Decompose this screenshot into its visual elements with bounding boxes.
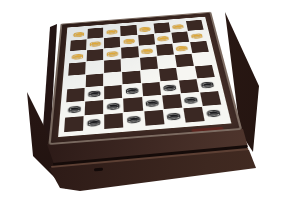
square-g5[interactable]: [177, 66, 196, 79]
brand-mark: [191, 127, 223, 132]
square-a7[interactable]: ⛂: [65, 101, 84, 116]
square-g4[interactable]: [175, 54, 194, 67]
square-f8[interactable]: ⛂: [163, 108, 184, 124]
square-d8[interactable]: ⛂: [124, 111, 144, 127]
checkers-board: ⛂⛂⛂⛂⛂⛂⛂⛂⛂⛂⛂⛂⛂⛂⛂⛂⛂⛂⛂⛂⛂⛂⛂⛂: [64, 20, 225, 132]
piece-gold[interactable]: ⛂: [71, 51, 84, 62]
piece-black[interactable]: ⛂: [145, 96, 160, 109]
piece-gold[interactable]: ⛂: [141, 46, 154, 57]
piece-black[interactable]: ⛂: [163, 81, 178, 93]
square-f2[interactable]: ⛂: [154, 33, 171, 45]
square-h2[interactable]: ⛂: [188, 30, 206, 42]
square-a4[interactable]: [68, 62, 86, 75]
square-d6[interactable]: ⛂: [123, 83, 142, 97]
piece-black[interactable]: ⛂: [200, 78, 215, 90]
square-b6[interactable]: ⛂: [85, 86, 103, 100]
square-e7[interactable]: ⛂: [143, 95, 163, 110]
piece-gold[interactable]: ⛂: [139, 24, 151, 34]
piece-black[interactable]: ⛂: [127, 112, 142, 126]
square-g3[interactable]: ⛂: [173, 42, 191, 54]
square-e8[interactable]: [144, 110, 164, 126]
square-d3[interactable]: [121, 47, 138, 59]
square-h6[interactable]: ⛂: [197, 77, 218, 91]
piece-black[interactable]: ⛂: [68, 102, 82, 115]
piece-gold[interactable]: ⛂: [89, 39, 101, 49]
square-c5[interactable]: [104, 72, 122, 86]
board-surface: ⛂⛂⛂⛂⛂⛂⛂⛂⛂⛂⛂⛂⛂⛂⛂⛂⛂⛂⛂⛂⛂⛂⛂⛂: [58, 17, 231, 137]
square-c1[interactable]: ⛂: [104, 26, 120, 37]
square-g8[interactable]: [183, 107, 204, 123]
square-c4[interactable]: [104, 60, 121, 73]
piece-black[interactable]: ⛂: [183, 93, 199, 106]
square-c3[interactable]: ⛂: [104, 48, 121, 60]
square-e1[interactable]: ⛂: [137, 24, 154, 35]
piece-gold[interactable]: ⛂: [157, 33, 170, 43]
square-b8[interactable]: ⛂: [84, 115, 103, 131]
square-h4[interactable]: [192, 53, 211, 66]
piece-black[interactable]: ⛂: [125, 84, 139, 96]
square-e5[interactable]: [141, 69, 160, 83]
piece-gold[interactable]: ⛂: [106, 27, 118, 37]
square-b3[interactable]: [87, 49, 104, 61]
square-b2[interactable]: ⛂: [87, 38, 103, 50]
square-f6[interactable]: ⛂: [160, 80, 180, 94]
square-d4[interactable]: [122, 58, 140, 71]
square-a8[interactable]: [64, 116, 84, 132]
square-g7[interactable]: ⛂: [181, 92, 202, 107]
piece-black[interactable]: ⛂: [87, 115, 101, 129]
piece-gold[interactable]: ⛂: [73, 29, 85, 39]
square-a3[interactable]: ⛂: [69, 51, 86, 63]
square-g1[interactable]: ⛂: [170, 21, 187, 32]
square-e4[interactable]: [140, 57, 158, 70]
checkers-box-photo: ⛂⛂⛂⛂⛂⛂⛂⛂⛂⛂⛂⛂⛂⛂⛂⛂⛂⛂⛂⛂⛂⛂⛂⛂: [0, 0, 300, 220]
square-a1[interactable]: ⛂: [71, 29, 87, 40]
square-d2[interactable]: ⛂: [121, 35, 138, 47]
piece-gold[interactable]: ⛂: [172, 22, 185, 32]
piece-gold[interactable]: ⛂: [190, 31, 204, 41]
piece-black[interactable]: ⛂: [166, 109, 182, 123]
square-f3[interactable]: [156, 44, 174, 56]
checkers-box-lid: ⛂⛂⛂⛂⛂⛂⛂⛂⛂⛂⛂⛂⛂⛂⛂⛂⛂⛂⛂⛂⛂⛂⛂⛂: [48, 12, 242, 145]
board-perspective-wrap: ⛂⛂⛂⛂⛂⛂⛂⛂⛂⛂⛂⛂⛂⛂⛂⛂⛂⛂⛂⛂⛂⛂⛂⛂: [0, 0, 300, 220]
piece-black[interactable]: ⛂: [107, 99, 121, 112]
square-c8[interactable]: [104, 113, 123, 129]
square-f4[interactable]: [157, 55, 175, 68]
square-b4[interactable]: [86, 61, 103, 74]
piece-gold[interactable]: ⛂: [123, 36, 135, 46]
piece-black[interactable]: ⛂: [88, 87, 101, 99]
piece-gold[interactable]: ⛂: [106, 48, 118, 59]
square-c7[interactable]: ⛂: [104, 98, 123, 113]
piece-gold[interactable]: ⛂: [175, 43, 189, 53]
square-h3[interactable]: [190, 41, 209, 53]
piece-black[interactable]: ⛂: [205, 106, 222, 120]
square-a5[interactable]: [67, 75, 85, 89]
square-e3[interactable]: ⛂: [139, 45, 156, 57]
square-h8[interactable]: ⛂: [203, 105, 225, 121]
